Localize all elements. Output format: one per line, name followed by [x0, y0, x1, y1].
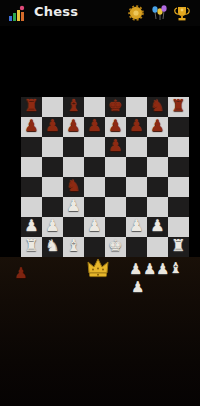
- red-pawn: ♟: [126, 114, 147, 137]
- square-f4[interactable]: [126, 177, 147, 197]
- square-h2[interactable]: [168, 217, 189, 237]
- red-knight: ♞: [147, 94, 168, 117]
- square-e6[interactable]: ♟: [105, 137, 126, 157]
- white-knight: ♞: [42, 234, 63, 257]
- square-h1[interactable]: ♜: [168, 237, 189, 257]
- square-d1[interactable]: [84, 237, 105, 257]
- square-g3[interactable]: [147, 197, 168, 217]
- square-a5[interactable]: [21, 157, 42, 177]
- red-pawn: ♟: [42, 114, 63, 137]
- square-d4[interactable]: [84, 177, 105, 197]
- white-pawn: ♟: [42, 214, 63, 237]
- square-c1[interactable]: ♝: [63, 237, 84, 257]
- white-bishop: ♝: [63, 234, 84, 257]
- square-d3[interactable]: [84, 197, 105, 217]
- captured-white-bishop: ♝: [169, 258, 182, 278]
- captured-white-pawn: ♟: [129, 259, 142, 279]
- white-rook: ♜: [21, 234, 42, 257]
- red-pawn: ♟: [21, 114, 42, 137]
- square-h3[interactable]: [168, 197, 189, 217]
- red-pawn: ♟: [84, 114, 105, 137]
- square-e1[interactable]: ♚: [105, 237, 126, 257]
- square-a4[interactable]: [21, 177, 42, 197]
- square-c7[interactable]: ♟: [63, 117, 84, 137]
- square-d6[interactable]: [84, 137, 105, 157]
- square-f8[interactable]: [126, 97, 147, 117]
- square-h8[interactable]: ♜: [168, 97, 189, 117]
- captured-white-pawn: ♟: [143, 259, 156, 279]
- square-f5[interactable]: [126, 157, 147, 177]
- square-g1[interactable]: [147, 237, 168, 257]
- captured-red-pawn: ♟: [14, 263, 27, 283]
- red-rook: ♜: [168, 94, 189, 117]
- square-b1[interactable]: ♞: [42, 237, 63, 257]
- square-b5[interactable]: [42, 157, 63, 177]
- square-d7[interactable]: ♟: [84, 117, 105, 137]
- gear-icon[interactable]: [127, 4, 145, 22]
- crown-icon: [84, 255, 112, 281]
- white-pawn: ♟: [21, 214, 42, 237]
- square-f3[interactable]: [126, 197, 147, 217]
- square-g6[interactable]: [147, 137, 168, 157]
- square-c4[interactable]: ♞: [63, 177, 84, 197]
- square-e4[interactable]: [105, 177, 126, 197]
- red-king: ♚: [105, 94, 126, 117]
- square-e5[interactable]: [105, 157, 126, 177]
- square-c5[interactable]: [63, 157, 84, 177]
- square-g2[interactable]: ♟: [147, 217, 168, 237]
- red-pawn: ♟: [147, 114, 168, 137]
- square-a2[interactable]: ♟: [21, 217, 42, 237]
- square-c3[interactable]: ♟: [63, 197, 84, 217]
- trophy-icon[interactable]: [173, 4, 191, 22]
- square-f7[interactable]: ♟: [126, 117, 147, 137]
- white-pawn: ♟: [84, 214, 105, 237]
- red-bishop: ♝: [63, 94, 84, 117]
- square-c2[interactable]: [63, 217, 84, 237]
- square-a8[interactable]: ♜: [21, 97, 42, 117]
- square-f6[interactable]: [126, 137, 147, 157]
- white-pawn: ♟: [63, 194, 84, 217]
- app-title: Chess: [34, 4, 78, 19]
- square-g8[interactable]: ♞: [147, 97, 168, 117]
- square-b3[interactable]: [42, 197, 63, 217]
- red-pawn: ♟: [105, 114, 126, 137]
- captured-white-pawn: ♟: [131, 277, 144, 297]
- square-c6[interactable]: [63, 137, 84, 157]
- square-e2[interactable]: [105, 217, 126, 237]
- square-d5[interactable]: [84, 157, 105, 177]
- square-b2[interactable]: ♟: [42, 217, 63, 237]
- square-a3[interactable]: [21, 197, 42, 217]
- red-pawn: ♟: [105, 134, 126, 157]
- square-b6[interactable]: [42, 137, 63, 157]
- stats-app-icon: [8, 4, 26, 22]
- white-rook: ♜: [168, 234, 189, 257]
- white-pawn: ♟: [126, 214, 147, 237]
- square-e3[interactable]: [105, 197, 126, 217]
- square-a6[interactable]: [21, 137, 42, 157]
- square-g7[interactable]: ♟: [147, 117, 168, 137]
- red-knight: ♞: [63, 174, 84, 197]
- square-d2[interactable]: ♟: [84, 217, 105, 237]
- square-a7[interactable]: ♟: [21, 117, 42, 137]
- captured-area: ♟ ♟♟♟♝ ♟: [0, 257, 200, 406]
- captured-white-pawn: ♟: [156, 259, 169, 279]
- square-h7[interactable]: [168, 117, 189, 137]
- white-pawn: ♟: [147, 214, 168, 237]
- red-pawn: ♟: [63, 114, 84, 137]
- white-king: ♚: [105, 234, 126, 257]
- square-h4[interactable]: [168, 177, 189, 197]
- balloons-icon[interactable]: [151, 4, 169, 22]
- square-h6[interactable]: [168, 137, 189, 157]
- chess-board: ♜♝♚♞♜♟♟♟♟♟♟♟♟♞♟♟♟♟♟♟♜♞♝♚♜: [21, 97, 189, 257]
- square-f2[interactable]: ♟: [126, 217, 147, 237]
- square-e8[interactable]: ♚: [105, 97, 126, 117]
- square-a1[interactable]: ♜: [21, 237, 42, 257]
- square-b7[interactable]: ♟: [42, 117, 63, 137]
- square-g4[interactable]: [147, 177, 168, 197]
- square-c8[interactable]: ♝: [63, 97, 84, 117]
- square-d8[interactable]: [84, 97, 105, 117]
- red-rook: ♜: [21, 94, 42, 117]
- square-h5[interactable]: [168, 157, 189, 177]
- square-e7[interactable]: ♟: [105, 117, 126, 137]
- app-header: Chess: [0, 0, 200, 26]
- square-g5[interactable]: [147, 157, 168, 177]
- square-f1[interactable]: [126, 237, 147, 257]
- square-b4[interactable]: [42, 177, 63, 197]
- square-b8[interactable]: [42, 97, 63, 117]
